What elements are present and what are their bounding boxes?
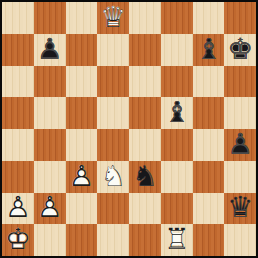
square-a4[interactable] (2, 129, 34, 161)
black-pawn-outline: ♙ (37, 35, 63, 64)
square-d5[interactable] (97, 97, 129, 129)
white-queen-outline: ♕ (100, 3, 126, 32)
square-d2[interactable] (97, 193, 129, 225)
square-h6[interactable] (224, 66, 256, 98)
square-h1[interactable] (224, 224, 256, 256)
piece-white-pawn[interactable]: ♟♙ (34, 193, 66, 225)
square-h8[interactable] (224, 2, 256, 34)
white-pawn-outline: ♙ (5, 193, 31, 222)
piece-black-king[interactable]: ♚♔ (224, 34, 256, 66)
square-f3[interactable] (161, 161, 193, 193)
square-f5[interactable]: ♝♗ (161, 97, 193, 129)
chess-board-frame: ♛♕♟♙♝♗♚♔♝♗♟♙♟♙♞♘♞♘♟♙♟♙♛♕♚♔♜♖ (0, 0, 258, 258)
square-e1[interactable] (129, 224, 161, 256)
square-g2[interactable] (193, 193, 225, 225)
piece-black-pawn[interactable]: ♟♙ (224, 129, 256, 161)
square-g8[interactable] (193, 2, 225, 34)
white-pawn-outline: ♙ (68, 162, 94, 191)
square-e2[interactable] (129, 193, 161, 225)
square-b3[interactable] (34, 161, 66, 193)
square-c5[interactable] (66, 97, 98, 129)
square-a1[interactable]: ♚♔ (2, 224, 34, 256)
square-a7[interactable] (2, 34, 34, 66)
square-b5[interactable] (34, 97, 66, 129)
square-e4[interactable] (129, 129, 161, 161)
black-bishop-outline: ♗ (164, 98, 190, 127)
piece-white-pawn[interactable]: ♟♙ (2, 193, 34, 225)
square-g7[interactable]: ♝♗ (193, 34, 225, 66)
square-c8[interactable] (66, 2, 98, 34)
square-f8[interactable] (161, 2, 193, 34)
square-g3[interactable] (193, 161, 225, 193)
white-knight-outline: ♘ (100, 162, 126, 191)
square-e8[interactable] (129, 2, 161, 34)
square-c4[interactable] (66, 129, 98, 161)
square-a2[interactable]: ♟♙ (2, 193, 34, 225)
square-b1[interactable] (34, 224, 66, 256)
piece-white-rook[interactable]: ♜♖ (161, 224, 193, 256)
chess-board: ♛♕♟♙♝♗♚♔♝♗♟♙♟♙♞♘♞♘♟♙♟♙♛♕♚♔♜♖ (2, 2, 256, 256)
square-d6[interactable] (97, 66, 129, 98)
white-rook-outline: ♖ (164, 225, 190, 254)
square-e3[interactable]: ♞♘ (129, 161, 161, 193)
square-b6[interactable] (34, 66, 66, 98)
square-a5[interactable] (2, 97, 34, 129)
square-d4[interactable] (97, 129, 129, 161)
square-f6[interactable] (161, 66, 193, 98)
piece-black-queen[interactable]: ♛♕ (224, 193, 256, 225)
square-b8[interactable] (34, 2, 66, 34)
square-c2[interactable] (66, 193, 98, 225)
piece-black-pawn[interactable]: ♟♙ (34, 34, 66, 66)
square-g5[interactable] (193, 97, 225, 129)
square-g6[interactable] (193, 66, 225, 98)
piece-black-knight[interactable]: ♞♘ (129, 161, 161, 193)
piece-white-pawn[interactable]: ♟♙ (66, 161, 98, 193)
square-h3[interactable] (224, 161, 256, 193)
square-a6[interactable] (2, 66, 34, 98)
square-c3[interactable]: ♟♙ (66, 161, 98, 193)
square-b7[interactable]: ♟♙ (34, 34, 66, 66)
square-f2[interactable] (161, 193, 193, 225)
black-king-outline: ♔ (227, 35, 253, 64)
square-a8[interactable] (2, 2, 34, 34)
white-king-outline: ♔ (5, 225, 31, 254)
square-h4[interactable]: ♟♙ (224, 129, 256, 161)
square-e6[interactable] (129, 66, 161, 98)
piece-white-queen[interactable]: ♛♕ (97, 2, 129, 34)
square-d7[interactable] (97, 34, 129, 66)
square-f1[interactable]: ♜♖ (161, 224, 193, 256)
square-g4[interactable] (193, 129, 225, 161)
square-h2[interactable]: ♛♕ (224, 193, 256, 225)
square-e5[interactable] (129, 97, 161, 129)
square-d1[interactable] (97, 224, 129, 256)
white-pawn-outline: ♙ (37, 193, 63, 222)
square-h7[interactable]: ♚♔ (224, 34, 256, 66)
square-f4[interactable] (161, 129, 193, 161)
square-e7[interactable] (129, 34, 161, 66)
square-c7[interactable] (66, 34, 98, 66)
square-h5[interactable] (224, 97, 256, 129)
square-f7[interactable] (161, 34, 193, 66)
square-a3[interactable] (2, 161, 34, 193)
piece-black-bishop[interactable]: ♝♗ (161, 97, 193, 129)
piece-white-king[interactable]: ♚♔ (2, 224, 34, 256)
square-c1[interactable] (66, 224, 98, 256)
square-d8[interactable]: ♛♕ (97, 2, 129, 34)
black-bishop-outline: ♗ (195, 35, 221, 64)
black-pawn-outline: ♙ (227, 130, 253, 159)
square-b4[interactable] (34, 129, 66, 161)
piece-black-bishop[interactable]: ♝♗ (193, 34, 225, 66)
square-d3[interactable]: ♞♘ (97, 161, 129, 193)
square-g1[interactable] (193, 224, 225, 256)
black-knight-outline: ♘ (132, 162, 158, 191)
square-c6[interactable] (66, 66, 98, 98)
square-b2[interactable]: ♟♙ (34, 193, 66, 225)
piece-white-knight[interactable]: ♞♘ (97, 161, 129, 193)
black-queen-outline: ♕ (227, 193, 253, 222)
